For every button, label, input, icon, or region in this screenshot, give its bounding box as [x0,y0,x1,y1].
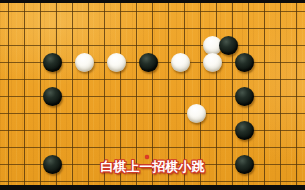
grid-vline [264,3,265,185]
grid-vline [296,3,297,185]
black-stone[interactable] [235,155,254,174]
grid-hline [0,181,305,182]
grid-hline [0,130,305,131]
video-frame: 白棋上一招棋小跳 [0,0,305,190]
grid-vline [88,3,89,185]
white-stone[interactable] [75,53,94,72]
white-stone[interactable] [171,53,190,72]
white-stone[interactable] [187,104,206,123]
grid-vline [24,3,25,185]
black-stone[interactable] [43,53,62,72]
grid-hline [0,11,305,12]
black-stone[interactable] [235,53,254,72]
grid-vline [8,3,9,185]
grid-hline [0,79,305,80]
grid-vline [40,3,41,185]
letterbox-bottom-bar [0,185,305,190]
grid-vline [216,3,217,185]
grid-vline [280,3,281,185]
grid-hline [0,45,305,46]
letterbox-top-bar [0,0,305,3]
white-stone[interactable] [107,53,126,72]
grid-vline [72,3,73,185]
black-stone[interactable] [139,53,158,72]
black-stone[interactable] [43,155,62,174]
black-stone[interactable] [219,36,238,55]
black-stone[interactable] [235,87,254,106]
grid-hline [0,28,305,29]
subtitle-text: 白棋上一招棋小跳 [101,158,205,176]
black-stone[interactable] [235,121,254,140]
grid-hline [0,113,305,114]
white-stone[interactable] [203,53,222,72]
grid-hline [0,147,305,148]
black-stone[interactable] [43,87,62,106]
grid-vline [232,3,233,185]
